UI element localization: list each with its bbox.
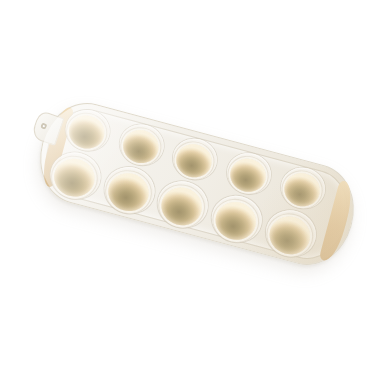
pit-cup xyxy=(65,112,108,153)
pit-r0c4[interactable] xyxy=(276,163,329,213)
pit-cup xyxy=(103,169,152,216)
photo-canvas xyxy=(0,0,375,375)
hanging-hole xyxy=(40,122,48,130)
pit-r0c3[interactable] xyxy=(222,148,275,198)
pit-r1c3[interactable] xyxy=(207,190,267,247)
pit-r1c1[interactable] xyxy=(99,162,159,219)
pit-cup xyxy=(157,183,206,230)
pit-r0c0[interactable] xyxy=(61,105,114,155)
pit-r1c2[interactable] xyxy=(153,176,213,233)
pit-r1c4[interactable] xyxy=(260,205,320,262)
pit-cup xyxy=(280,169,323,210)
pit-cup xyxy=(265,212,314,259)
pit-r1c0[interactable] xyxy=(46,147,106,204)
pit-cup xyxy=(50,154,99,201)
pit-r0c2[interactable] xyxy=(169,134,222,184)
pit-r0c1[interactable] xyxy=(115,120,168,170)
pit-cup xyxy=(211,197,260,244)
mancala-tray-board xyxy=(29,93,364,274)
pit-grid xyxy=(43,101,336,264)
pit-cup xyxy=(226,155,269,196)
pit-cup xyxy=(119,126,162,167)
pit-cup xyxy=(172,140,215,181)
